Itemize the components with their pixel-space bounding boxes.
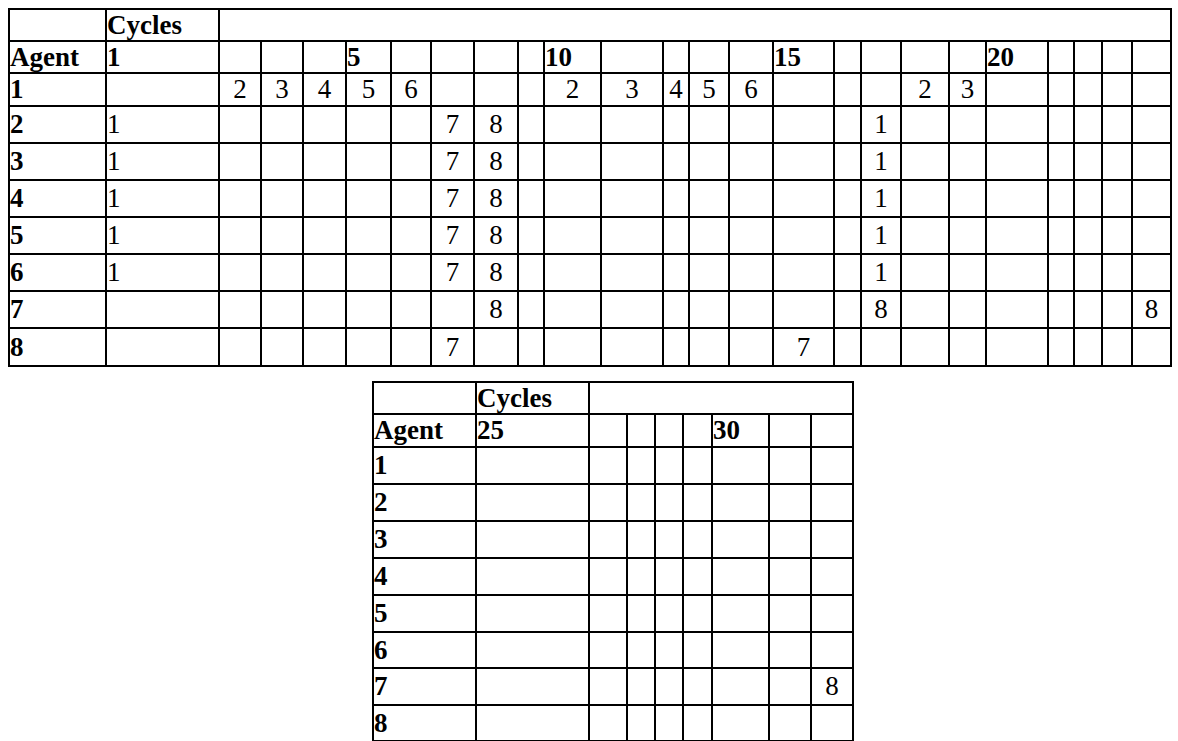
cell-agent1-cycle26 <box>589 447 627 484</box>
cell-agent7-cycle27 <box>627 668 655 705</box>
cycle-header-15: 15 <box>773 41 834 73</box>
cell-agent3-cycle32 <box>811 521 853 558</box>
cell-agent8-cycle14 <box>729 328 773 366</box>
ghost-area <box>219 9 1171 41</box>
cell-agent7-cycle30 <box>712 668 769 705</box>
cell-agent8-cycle11 <box>601 328 663 366</box>
cell-agent4-cycle3 <box>261 180 303 217</box>
cell-agent5-cycle24 <box>1132 217 1171 254</box>
cell-agent5-cycle29 <box>683 595 712 632</box>
cell-agent4-cycle6 <box>391 180 431 217</box>
cell-agent6-cycle7: 7 <box>431 254 474 291</box>
cell-agent4-cycle16 <box>834 180 861 217</box>
cell-agent1-cycle25 <box>476 447 589 484</box>
cell-agent3-cycle23 <box>1102 143 1132 180</box>
cycles-header-row: Cycles <box>373 382 853 414</box>
cell-agent7-cycle29 <box>683 668 712 705</box>
cell-agent6-cycle19 <box>949 254 986 291</box>
cell-agent7-cycle21 <box>1048 291 1074 328</box>
cell-agent6-cycle31 <box>769 632 811 668</box>
cell-agent8-cycle1 <box>106 328 219 366</box>
cell-agent6-cycle30 <box>712 632 769 668</box>
cell-agent8-cycle21 <box>1048 328 1074 366</box>
cell-agent4-cycle30 <box>712 558 769 595</box>
cell-agent1-cycle30 <box>712 447 769 484</box>
cell-agent2-cycle31 <box>769 484 811 521</box>
cell-agent4-cycle32 <box>811 558 853 595</box>
cell-agent4-cycle27 <box>627 558 655 595</box>
cell-agent3-cycle6 <box>391 143 431 180</box>
cell-agent5-cycle12 <box>663 217 689 254</box>
cycle-header-27 <box>627 414 655 447</box>
cell-agent5-cycle4 <box>303 217 346 254</box>
cell-agent3-cycle2 <box>219 143 261 180</box>
agent-row-label-3: 3 <box>373 521 476 558</box>
cell-agent7-cycle3 <box>261 291 303 328</box>
agent-row-1: 1 <box>373 447 853 484</box>
agent-row-label-1: 1 <box>9 73 106 106</box>
cell-agent2-cycle7: 7 <box>431 106 474 143</box>
cell-agent2-cycle10 <box>544 106 601 143</box>
cell-agent3-cycle3 <box>261 143 303 180</box>
agent-row-label-5: 5 <box>9 217 106 254</box>
cell-agent1-cycle29 <box>683 447 712 484</box>
cell-agent7-cycle5 <box>346 291 391 328</box>
agent-label: Agent <box>373 414 476 447</box>
cell-agent8-cycle16 <box>834 328 861 366</box>
cell-agent5-cycle13 <box>689 217 729 254</box>
cell-agent6-cycle15 <box>773 254 834 291</box>
cell-agent8-cycle22 <box>1074 328 1102 366</box>
cell-agent3-cycle15 <box>773 143 834 180</box>
cell-agent3-cycle27 <box>627 521 655 558</box>
cell-agent7-cycle8: 8 <box>474 291 518 328</box>
cell-agent8-cycle17 <box>861 328 901 366</box>
cell-agent1-cycle32 <box>811 447 853 484</box>
cell-agent4-cycle28 <box>655 558 683 595</box>
schedule-table-cycles-1-24: CyclesAgent15101520123456234562321781317… <box>8 8 1172 367</box>
cycle-header-14 <box>729 41 773 73</box>
ghost-area <box>589 382 853 414</box>
cell-agent2-cycle22 <box>1074 106 1102 143</box>
corner-cell <box>373 382 476 414</box>
cell-agent5-cycle17: 1 <box>861 217 901 254</box>
cell-agent7-cycle2 <box>219 291 261 328</box>
cell-agent8-cycle32 <box>811 705 853 741</box>
agent-row-label-7: 7 <box>9 291 106 328</box>
cell-agent6-cycle16 <box>834 254 861 291</box>
cell-agent5-cycle23 <box>1102 217 1132 254</box>
cell-agent3-cycle29 <box>683 521 712 558</box>
cycle-header-7 <box>431 41 474 73</box>
agent-row-label-4: 4 <box>373 558 476 595</box>
cell-agent7-cycle1 <box>106 291 219 328</box>
cycle-header-8 <box>474 41 518 73</box>
cell-agent2-cycle16 <box>834 106 861 143</box>
cell-agent1-cycle14: 6 <box>729 73 773 106</box>
cell-agent2-cycle15 <box>773 106 834 143</box>
cell-agent1-cycle8 <box>474 73 518 106</box>
cell-agent3-cycle21 <box>1048 143 1074 180</box>
cell-agent8-cycle26 <box>589 705 627 741</box>
cell-agent7-cycle19 <box>949 291 986 328</box>
cell-agent8-cycle19 <box>949 328 986 366</box>
cell-agent5-cycle15 <box>773 217 834 254</box>
cell-agent5-cycle28 <box>655 595 683 632</box>
cell-agent8-cycle12 <box>663 328 689 366</box>
corner-cell <box>9 9 106 41</box>
cycle-header-18 <box>901 41 949 73</box>
cell-agent2-cycle4 <box>303 106 346 143</box>
cycle-header-26 <box>589 414 627 447</box>
cycle-header-19 <box>949 41 986 73</box>
cycle-header-29 <box>683 414 712 447</box>
cycle-header-22 <box>1074 41 1102 73</box>
cycle-header-24 <box>1132 41 1171 73</box>
cell-agent4-cycle17: 1 <box>861 180 901 217</box>
cell-agent1-cycle18: 2 <box>901 73 949 106</box>
cell-agent5-cycle32 <box>811 595 853 632</box>
cell-agent8-cycle25 <box>476 705 589 741</box>
cell-agent1-cycle27 <box>627 447 655 484</box>
cycle-header-30: 30 <box>712 414 769 447</box>
cell-agent8-cycle18 <box>901 328 949 366</box>
cell-agent3-cycle10 <box>544 143 601 180</box>
cell-agent3-cycle17: 1 <box>861 143 901 180</box>
agent-row-8: 8 <box>373 705 853 741</box>
cell-agent6-cycle14 <box>729 254 773 291</box>
cell-agent1-cycle2: 2 <box>219 73 261 106</box>
cell-agent5-cycle19 <box>949 217 986 254</box>
cell-agent1-cycle3: 3 <box>261 73 303 106</box>
cell-agent4-cycle1: 1 <box>106 180 219 217</box>
cell-agent4-cycle13 <box>689 180 729 217</box>
agent-row-4: 41781 <box>9 180 1171 217</box>
cell-agent3-cycle26 <box>589 521 627 558</box>
cell-agent5-cycle20 <box>986 217 1048 254</box>
cycle-header-32 <box>811 414 853 447</box>
cell-agent2-cycle18 <box>901 106 949 143</box>
cell-agent6-cycle18 <box>901 254 949 291</box>
cell-agent2-cycle21 <box>1048 106 1074 143</box>
agent-row-5: 5 <box>373 595 853 632</box>
cell-agent2-cycle9 <box>518 106 544 143</box>
agent-row-label-7: 7 <box>373 668 476 705</box>
cell-agent6-cycle17: 1 <box>861 254 901 291</box>
cell-agent8-cycle27 <box>627 705 655 741</box>
agent-row-label-6: 6 <box>9 254 106 291</box>
cell-agent1-cycle19: 3 <box>949 73 986 106</box>
agent-row-7: 7888 <box>9 291 1171 328</box>
cell-agent3-cycle9 <box>518 143 544 180</box>
cell-agent4-cycle4 <box>303 180 346 217</box>
schedule-table-cycles-25-32: CyclesAgent2530123456788 <box>372 381 854 741</box>
cell-agent2-cycle30 <box>712 484 769 521</box>
cell-agent2-cycle5 <box>346 106 391 143</box>
cell-agent5-cycle26 <box>589 595 627 632</box>
cell-agent2-cycle26 <box>589 484 627 521</box>
cell-agent6-cycle1: 1 <box>106 254 219 291</box>
agent-row-7: 78 <box>373 668 853 705</box>
cell-agent6-cycle25 <box>476 632 589 668</box>
agent-row-6: 6 <box>373 632 853 668</box>
cell-agent6-cycle12 <box>663 254 689 291</box>
cell-agent5-cycle8: 8 <box>474 217 518 254</box>
cell-agent1-cycle31 <box>769 447 811 484</box>
agent-row-label-4: 4 <box>9 180 106 217</box>
cell-agent5-cycle6 <box>391 217 431 254</box>
cell-agent8-cycle20 <box>986 328 1048 366</box>
cell-agent2-cycle8: 8 <box>474 106 518 143</box>
cell-agent3-cycle4 <box>303 143 346 180</box>
agent-row-2: 21781 <box>9 106 1171 143</box>
agent-row-label-8: 8 <box>373 705 476 741</box>
cell-agent7-cycle23 <box>1102 291 1132 328</box>
cell-agent3-cycle12 <box>663 143 689 180</box>
cell-agent3-cycle22 <box>1074 143 1102 180</box>
cell-agent3-cycle24 <box>1132 143 1171 180</box>
cell-agent4-cycle20 <box>986 180 1048 217</box>
cell-agent4-cycle10 <box>544 180 601 217</box>
cell-agent8-cycle31 <box>769 705 811 741</box>
cell-agent3-cycle11 <box>601 143 663 180</box>
cell-agent1-cycle1 <box>106 73 219 106</box>
cycle-header-23 <box>1102 41 1132 73</box>
cell-agent1-cycle16 <box>834 73 861 106</box>
cell-agent7-cycle22 <box>1074 291 1102 328</box>
cell-agent5-cycle27 <box>627 595 655 632</box>
cell-agent7-cycle25 <box>476 668 589 705</box>
cell-agent8-cycle2 <box>219 328 261 366</box>
cell-agent7-cycle16 <box>834 291 861 328</box>
cycle-header-25: 25 <box>476 414 589 447</box>
cell-agent5-cycle25 <box>476 595 589 632</box>
cell-agent7-cycle32: 8 <box>811 668 853 705</box>
cell-agent2-cycle17: 1 <box>861 106 901 143</box>
cell-agent2-cycle13 <box>689 106 729 143</box>
cell-agent7-cycle7 <box>431 291 474 328</box>
cell-agent5-cycle2 <box>219 217 261 254</box>
cell-agent6-cycle3 <box>261 254 303 291</box>
cycle-header-17 <box>861 41 901 73</box>
cell-agent4-cycle5 <box>346 180 391 217</box>
cell-agent8-cycle15: 7 <box>773 328 834 366</box>
cell-agent6-cycle4 <box>303 254 346 291</box>
cell-agent7-cycle10 <box>544 291 601 328</box>
cell-agent1-cycle10: 2 <box>544 73 601 106</box>
cell-agent4-cycle24 <box>1132 180 1171 217</box>
cell-agent3-cycle8: 8 <box>474 143 518 180</box>
cell-agent3-cycle30 <box>712 521 769 558</box>
cell-agent2-cycle1: 1 <box>106 106 219 143</box>
cell-agent3-cycle14 <box>729 143 773 180</box>
cell-agent8-cycle23 <box>1102 328 1132 366</box>
cycle-header-3 <box>261 41 303 73</box>
cell-agent2-cycle32 <box>811 484 853 521</box>
agent-row-4: 4 <box>373 558 853 595</box>
cell-agent1-cycle13: 5 <box>689 73 729 106</box>
cell-agent2-cycle14 <box>729 106 773 143</box>
cell-agent5-cycle16 <box>834 217 861 254</box>
cycle-header-2 <box>219 41 261 73</box>
cell-agent1-cycle28 <box>655 447 683 484</box>
cell-agent4-cycle18 <box>901 180 949 217</box>
agent-label: Agent <box>9 41 106 73</box>
cell-agent5-cycle11 <box>601 217 663 254</box>
cell-agent3-cycle19 <box>949 143 986 180</box>
cell-agent1-cycle20 <box>986 73 1048 106</box>
cell-agent5-cycle31 <box>769 595 811 632</box>
cycle-header-13 <box>689 41 729 73</box>
cell-agent4-cycle31 <box>769 558 811 595</box>
cycle-header-1: 1 <box>106 41 219 73</box>
cell-agent5-cycle7: 7 <box>431 217 474 254</box>
cell-agent1-cycle24 <box>1132 73 1171 106</box>
cell-agent4-cycle7: 7 <box>431 180 474 217</box>
cell-agent2-cycle25 <box>476 484 589 521</box>
cell-agent2-cycle12 <box>663 106 689 143</box>
cycle-header-5: 5 <box>346 41 391 73</box>
cell-agent1-cycle4: 4 <box>303 73 346 106</box>
cell-agent3-cycle16 <box>834 143 861 180</box>
cell-agent6-cycle20 <box>986 254 1048 291</box>
cell-agent4-cycle14 <box>729 180 773 217</box>
cell-agent8-cycle10 <box>544 328 601 366</box>
cell-agent5-cycle10 <box>544 217 601 254</box>
cycle-header-28 <box>655 414 683 447</box>
cycle-header-20: 20 <box>986 41 1048 73</box>
cell-agent6-cycle29 <box>683 632 712 668</box>
cell-agent8-cycle5 <box>346 328 391 366</box>
cell-agent2-cycle20 <box>986 106 1048 143</box>
cell-agent7-cycle12 <box>663 291 689 328</box>
cell-agent5-cycle18 <box>901 217 949 254</box>
cell-agent1-cycle7 <box>431 73 474 106</box>
cell-agent7-cycle18 <box>901 291 949 328</box>
cell-agent7-cycle13 <box>689 291 729 328</box>
cycle-header-11 <box>601 41 663 73</box>
cell-agent8-cycle29 <box>683 705 712 741</box>
cell-agent6-cycle32 <box>811 632 853 668</box>
cell-agent1-cycle17 <box>861 73 901 106</box>
cell-agent1-cycle12: 4 <box>663 73 689 106</box>
cell-agent6-cycle26 <box>589 632 627 668</box>
cell-agent4-cycle2 <box>219 180 261 217</box>
cell-agent4-cycle21 <box>1048 180 1074 217</box>
cell-agent3-cycle5 <box>346 143 391 180</box>
cell-agent7-cycle20 <box>986 291 1048 328</box>
cell-agent6-cycle2 <box>219 254 261 291</box>
cell-agent5-cycle22 <box>1074 217 1102 254</box>
agent-row-label-8: 8 <box>9 328 106 366</box>
cell-agent4-cycle25 <box>476 558 589 595</box>
cell-agent1-cycle6: 6 <box>391 73 431 106</box>
cell-agent1-cycle15 <box>773 73 834 106</box>
cell-agent6-cycle22 <box>1074 254 1102 291</box>
cell-agent2-cycle24 <box>1132 106 1171 143</box>
cell-agent8-cycle9 <box>518 328 544 366</box>
cycles-label: Cycles <box>476 382 589 414</box>
cell-agent6-cycle8: 8 <box>474 254 518 291</box>
cycle-header-4 <box>303 41 346 73</box>
cell-agent4-cycle22 <box>1074 180 1102 217</box>
cell-agent2-cycle11 <box>601 106 663 143</box>
cell-agent4-cycle12 <box>663 180 689 217</box>
cycle-header-12 <box>663 41 689 73</box>
agent-row-label-6: 6 <box>373 632 476 668</box>
cell-agent2-cycle28 <box>655 484 683 521</box>
agent-row-label-5: 5 <box>373 595 476 632</box>
cell-agent5-cycle21 <box>1048 217 1074 254</box>
cell-agent7-cycle17: 8 <box>861 291 901 328</box>
cycle-header-6 <box>391 41 431 73</box>
cell-agent3-cycle1: 1 <box>106 143 219 180</box>
cell-agent5-cycle3 <box>261 217 303 254</box>
agent-header-row: Agent2530 <box>373 414 853 447</box>
cell-agent6-cycle5 <box>346 254 391 291</box>
cell-agent7-cycle11 <box>601 291 663 328</box>
cell-agent7-cycle14 <box>729 291 773 328</box>
cell-agent3-cycle28 <box>655 521 683 558</box>
agent-row-8: 877 <box>9 328 1171 366</box>
cell-agent1-cycle11: 3 <box>601 73 663 106</box>
agent-row-1: 1234562345623 <box>9 73 1171 106</box>
cell-agent4-cycle23 <box>1102 180 1132 217</box>
cell-agent8-cycle4 <box>303 328 346 366</box>
cell-agent4-cycle8: 8 <box>474 180 518 217</box>
cell-agent7-cycle31 <box>769 668 811 705</box>
cell-agent8-cycle7: 7 <box>431 328 474 366</box>
cell-agent5-cycle30 <box>712 595 769 632</box>
cycle-header-31 <box>769 414 811 447</box>
cell-agent6-cycle21 <box>1048 254 1074 291</box>
cycle-header-9 <box>518 41 544 73</box>
cell-agent6-cycle13 <box>689 254 729 291</box>
agent-row-6: 61781 <box>9 254 1171 291</box>
agent-row-3: 3 <box>373 521 853 558</box>
cell-agent1-cycle5: 5 <box>346 73 391 106</box>
cell-agent6-cycle27 <box>627 632 655 668</box>
cell-agent6-cycle6 <box>391 254 431 291</box>
agent-row-2: 2 <box>373 484 853 521</box>
cell-agent6-cycle9 <box>518 254 544 291</box>
cell-agent2-cycle27 <box>627 484 655 521</box>
cell-agent4-cycle19 <box>949 180 986 217</box>
cell-agent5-cycle1: 1 <box>106 217 219 254</box>
cell-agent3-cycle20 <box>986 143 1048 180</box>
cell-agent4-cycle29 <box>683 558 712 595</box>
cell-agent6-cycle28 <box>655 632 683 668</box>
cell-agent2-cycle6 <box>391 106 431 143</box>
cell-agent4-cycle15 <box>773 180 834 217</box>
cell-agent3-cycle7: 7 <box>431 143 474 180</box>
cell-agent7-cycle24: 8 <box>1132 291 1171 328</box>
cell-agent7-cycle6 <box>391 291 431 328</box>
cell-agent7-cycle26 <box>589 668 627 705</box>
cell-agent7-cycle9 <box>518 291 544 328</box>
cell-agent2-cycle23 <box>1102 106 1132 143</box>
cell-agent6-cycle23 <box>1102 254 1132 291</box>
cell-agent3-cycle13 <box>689 143 729 180</box>
cell-agent3-cycle18 <box>901 143 949 180</box>
cell-agent1-cycle21 <box>1048 73 1074 106</box>
cell-agent4-cycle11 <box>601 180 663 217</box>
agent-header-row: Agent15101520 <box>9 41 1171 73</box>
cell-agent2-cycle29 <box>683 484 712 521</box>
schedule-figure: CyclesAgent15101520123456234562321781317… <box>0 0 1178 741</box>
cell-agent8-cycle30 <box>712 705 769 741</box>
agent-row-label-1: 1 <box>373 447 476 484</box>
